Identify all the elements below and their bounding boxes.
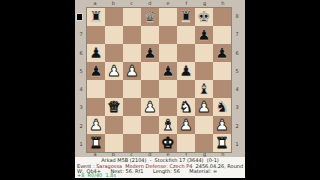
square-f5: ♟: [177, 62, 195, 80]
black-pawn: ♟: [141, 44, 159, 62]
square-c5: ♟: [123, 62, 141, 80]
white-pawn: ♟: [87, 116, 105, 134]
square-c7: [123, 26, 141, 44]
black-king: ♚: [195, 8, 213, 26]
black-bishop: ♝: [195, 80, 213, 98]
square-e1: ♚: [159, 134, 177, 152]
white-pawn: ♟: [213, 116, 231, 134]
square-h5: [213, 62, 231, 80]
square-e2: ♝: [159, 116, 177, 134]
coord-label: 2: [77, 117, 85, 135]
rank-labels-left: 87654321: [77, 7, 85, 153]
square-g3: ♟: [195, 98, 213, 116]
coord-label: c: [123, 0, 141, 6]
square-b5: ♟: [105, 62, 123, 80]
rank-labels-right: 87654321: [233, 7, 241, 153]
black-pawn: ♟: [159, 62, 177, 80]
square-e3: [159, 98, 177, 116]
white-rook: ♜: [213, 134, 231, 152]
coord-label: h: [214, 0, 232, 6]
square-d1: [141, 134, 159, 152]
coord-label: 3: [77, 98, 85, 116]
square-f6: [177, 44, 195, 62]
square-g8: ♚: [195, 8, 213, 26]
black-to-move-indicator: [77, 14, 82, 20]
black-rook: ♜: [177, 8, 195, 26]
white-rook: ♜: [87, 134, 105, 152]
white-pawn: ♟: [177, 116, 195, 134]
square-c4: [123, 80, 141, 98]
square-g7: ♟: [195, 26, 213, 44]
square-f1: [177, 134, 195, 152]
coord-label: 7: [233, 25, 241, 43]
coord-label: 4: [77, 80, 85, 98]
square-g4: ♝: [195, 80, 213, 98]
square-d4: [141, 80, 159, 98]
coord-label: 4: [233, 80, 241, 98]
white-pawn: ♟: [105, 62, 123, 80]
black-pawn: ♟: [87, 44, 105, 62]
black-queen: ♛: [141, 8, 159, 26]
coord-label: 2: [233, 117, 241, 135]
coord-label: g: [196, 0, 214, 6]
square-c8: [123, 8, 141, 26]
square-h3: ♞: [213, 98, 231, 116]
black-pawn: ♟: [177, 62, 195, 80]
coord-label: 6: [77, 44, 85, 62]
square-a4: [87, 80, 105, 98]
square-e5: ♟: [159, 62, 177, 80]
white-queen: ♛: [105, 98, 123, 116]
square-f7: [177, 26, 195, 44]
coord-label: 1: [233, 135, 241, 153]
square-d6: ♟: [141, 44, 159, 62]
square-h2: ♟: [213, 116, 231, 134]
square-d8: ♛: [141, 8, 159, 26]
square-h7: [213, 26, 231, 44]
square-e4: [159, 80, 177, 98]
black-pawn: ♟: [213, 44, 231, 62]
square-a1: ♜: [87, 134, 105, 152]
square-a5: ♟: [87, 62, 105, 80]
white-knight: ♞: [177, 98, 195, 116]
chess-board: ♜♛♜♚♟♟♟♟♟♟♟♟♟♝♛♟♞♟♞♟♝♟♟♜♚♜: [86, 7, 232, 153]
square-d3: ♟: [141, 98, 159, 116]
white-pawn: ♟: [141, 98, 159, 116]
black-knight: ♞: [213, 98, 231, 116]
square-b6: [105, 44, 123, 62]
square-c2: [123, 116, 141, 134]
white-pawn: ♟: [123, 62, 141, 80]
square-a8: ♜: [87, 8, 105, 26]
square-e8: [159, 8, 177, 26]
square-f4: [177, 80, 195, 98]
coord-label: b: [104, 0, 122, 6]
square-c1: [123, 134, 141, 152]
square-e7: [159, 26, 177, 44]
white-king: ♚: [159, 134, 177, 152]
white-bishop: ♝: [159, 116, 177, 134]
square-a7: [87, 26, 105, 44]
black-pawn: ♟: [195, 26, 213, 44]
coord-label: 7: [77, 25, 85, 43]
square-f8: ♜: [177, 8, 195, 26]
square-a2: ♟: [87, 116, 105, 134]
square-g1: [195, 134, 213, 152]
analysis-panel: abcdefgh 87654321 87654321 abcdefgh ♜♛♜♚…: [75, 0, 245, 178]
coord-label: 1: [77, 135, 85, 153]
square-a6: ♟: [87, 44, 105, 62]
square-f2: ♟: [177, 116, 195, 134]
square-h1: ♜: [213, 134, 231, 152]
black-rook: ♜: [87, 8, 105, 26]
black-pawn: ♟: [87, 62, 105, 80]
square-b8: [105, 8, 123, 26]
square-g5: [195, 62, 213, 80]
coord-label: f: [177, 0, 195, 6]
engine-eval-line: +8 R0/40 1.8s: [77, 173, 116, 178]
coord-label: 5: [233, 62, 241, 80]
video-frame: abcdefgh 87654321 87654321 abcdefgh ♜♛♜♚…: [0, 0, 320, 180]
white-pawn: ♟: [195, 98, 213, 116]
square-h8: [213, 8, 231, 26]
square-g2: [195, 116, 213, 134]
square-a3: [87, 98, 105, 116]
coord-label: e: [159, 0, 177, 6]
coord-label: 8: [233, 7, 241, 25]
square-b4: [105, 80, 123, 98]
coord-label: d: [141, 0, 159, 6]
square-b2: [105, 116, 123, 134]
square-c3: [123, 98, 141, 116]
square-d7: [141, 26, 159, 44]
square-h6: ♟: [213, 44, 231, 62]
square-d5: [141, 62, 159, 80]
coord-label: 3: [233, 98, 241, 116]
coord-label: a: [86, 0, 104, 6]
square-c6: [123, 44, 141, 62]
coord-label: 6: [233, 44, 241, 62]
game-info-footer: Arkad M5B (2104) - Stockfish 17 (3644) (…: [75, 157, 245, 178]
coord-label: 5: [77, 62, 85, 80]
square-b3: ♛: [105, 98, 123, 116]
square-e6: [159, 44, 177, 62]
square-d2: [141, 116, 159, 134]
square-h4: [213, 80, 231, 98]
file-labels-top: abcdefgh: [86, 0, 232, 6]
square-g6: [195, 44, 213, 62]
square-b1: [105, 134, 123, 152]
square-f3: ♞: [177, 98, 195, 116]
square-b7: [105, 26, 123, 44]
